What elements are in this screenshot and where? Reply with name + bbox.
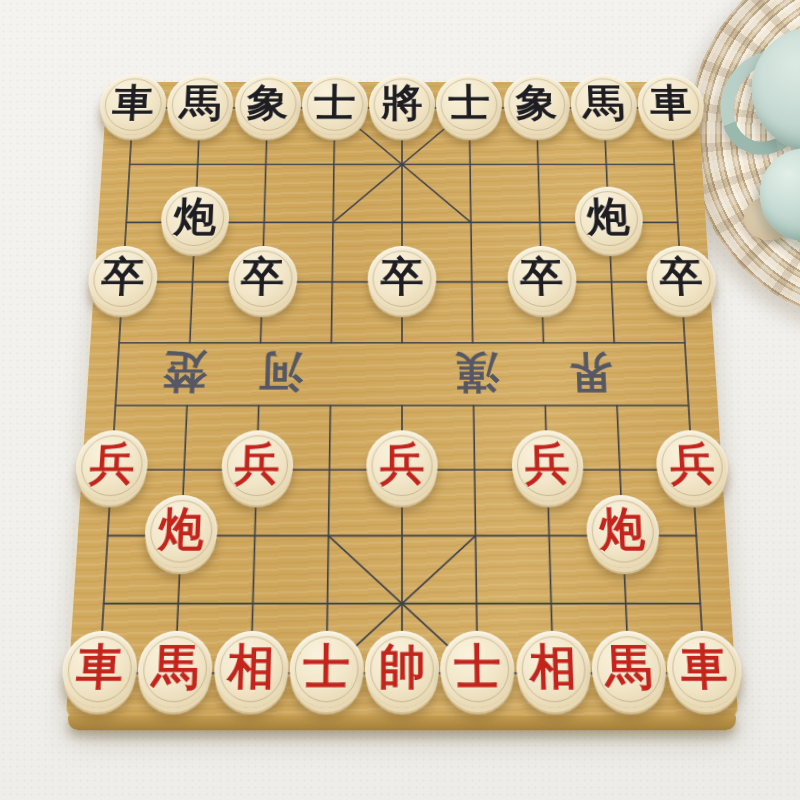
piece-glyph: 象 [246, 85, 289, 123]
piece-red-兵-46[interactable]: 兵 [366, 431, 438, 502]
piece-black-卒-43[interactable]: 卒 [367, 246, 436, 312]
piece-glyph: 相 [529, 644, 577, 692]
piece-glyph: 卒 [380, 257, 423, 298]
piece-glyph: 卒 [240, 257, 284, 298]
river-text-jie: 界 [560, 344, 622, 399]
piece-glyph: 帥 [379, 644, 426, 692]
scene: 楚 河 漢 界 車馬象士將士象馬車炮炮卒卒卒卒卒兵兵兵兵兵炮炮車馬相士帥士相馬車 [0, 0, 800, 800]
piece-glyph: 車 [649, 85, 693, 123]
piece-red-士-39[interactable]: 士 [289, 631, 364, 708]
piece-black-士-50[interactable]: 士 [436, 74, 503, 135]
board-grid [66, 82, 738, 718]
piece-glyph: 將 [381, 85, 423, 123]
piece-glyph: 象 [515, 85, 558, 123]
piece-glyph: 士 [314, 85, 356, 123]
piece-glyph: 兵 [668, 443, 715, 488]
piece-glyph: 車 [679, 644, 728, 692]
piece-glyph: 馬 [582, 85, 625, 123]
piece-glyph: 炮 [158, 508, 205, 554]
piece-glyph: 車 [75, 644, 124, 692]
piece-glyph: 卒 [519, 257, 563, 298]
piece-glyph: 兵 [380, 443, 425, 488]
xiangqi-board: 楚 河 漢 界 車馬象士將士象馬車炮炮卒卒卒卒卒兵兵兵兵兵炮炮車馬相士帥士相馬車 [66, 82, 738, 718]
piece-glyph: 相 [227, 644, 275, 692]
piece-glyph: 兵 [524, 443, 570, 488]
piece-glyph: 炮 [599, 508, 646, 554]
piece-glyph: 車 [111, 85, 155, 123]
piece-black-卒-63[interactable]: 卒 [507, 246, 577, 312]
piece-glyph: 卒 [100, 257, 146, 298]
piece-red-帥-49[interactable]: 帥 [365, 631, 440, 708]
piece-black-卒-23[interactable]: 卒 [227, 246, 297, 312]
river-text-han: 漢 [447, 344, 508, 399]
piece-glyph: 士 [303, 644, 350, 692]
river-text-he: 河 [250, 344, 311, 399]
piece-glyph: 卒 [658, 257, 704, 298]
piece-glyph: 士 [454, 644, 501, 692]
piece-glyph: 馬 [151, 644, 200, 692]
piece-glyph: 馬 [604, 644, 653, 692]
piece-glyph: 士 [448, 85, 490, 123]
river-text-chu: 楚 [154, 344, 216, 399]
piece-black-士-30[interactable]: 士 [301, 74, 368, 135]
piece-glyph: 兵 [234, 443, 280, 488]
piece-glyph: 炮 [173, 198, 217, 238]
piece-black-將-40[interactable]: 將 [369, 74, 435, 135]
piece-glyph: 兵 [88, 443, 135, 488]
piece-glyph: 炮 [587, 198, 631, 238]
piece-glyph: 馬 [179, 85, 222, 123]
